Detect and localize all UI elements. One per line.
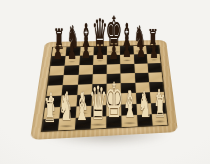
piece-white-king[interactable]: ♚: [104, 76, 124, 125]
piece-white-rook[interactable]: ♜: [154, 92, 166, 122]
square-b6[interactable]: [64, 65, 79, 75]
piece-black-pawn[interactable]: ♟: [109, 40, 118, 62]
piece-white-knight[interactable]: ♞: [138, 89, 152, 124]
piece-white-bishop[interactable]: ♝: [122, 87, 137, 124]
piece-black-pawn[interactable]: ♟: [150, 39, 159, 60]
square-c6[interactable]: [78, 65, 93, 75]
square-h6[interactable]: [147, 63, 161, 73]
square-g5[interactable]: [134, 73, 148, 83]
square-g6[interactable]: [134, 63, 148, 73]
piece-white-rook[interactable]: ♜: [43, 95, 56, 128]
square-h5[interactable]: [148, 72, 163, 82]
piece-black-pawn[interactable]: ♟: [53, 40, 62, 63]
chess-set-photo: ♜♞♝♛♚♝♞♜♟♟♟♟♟♟♟♟♟♟♟♟♟♟♟♟♜♞♝♛♚♝♞♜: [0, 0, 210, 164]
piece-black-pawn[interactable]: ♟: [95, 40, 104, 62]
piece-black-pawn[interactable]: ♟: [67, 40, 76, 63]
piece-black-pawn[interactable]: ♟: [123, 39, 132, 61]
piece-black-pawn[interactable]: ♟: [81, 40, 90, 63]
square-a6[interactable]: [49, 65, 65, 75]
piece-black-pawn[interactable]: ♟: [136, 39, 145, 61]
piece-white-knight[interactable]: ♞: [59, 90, 74, 127]
square-a5[interactable]: [48, 75, 64, 86]
